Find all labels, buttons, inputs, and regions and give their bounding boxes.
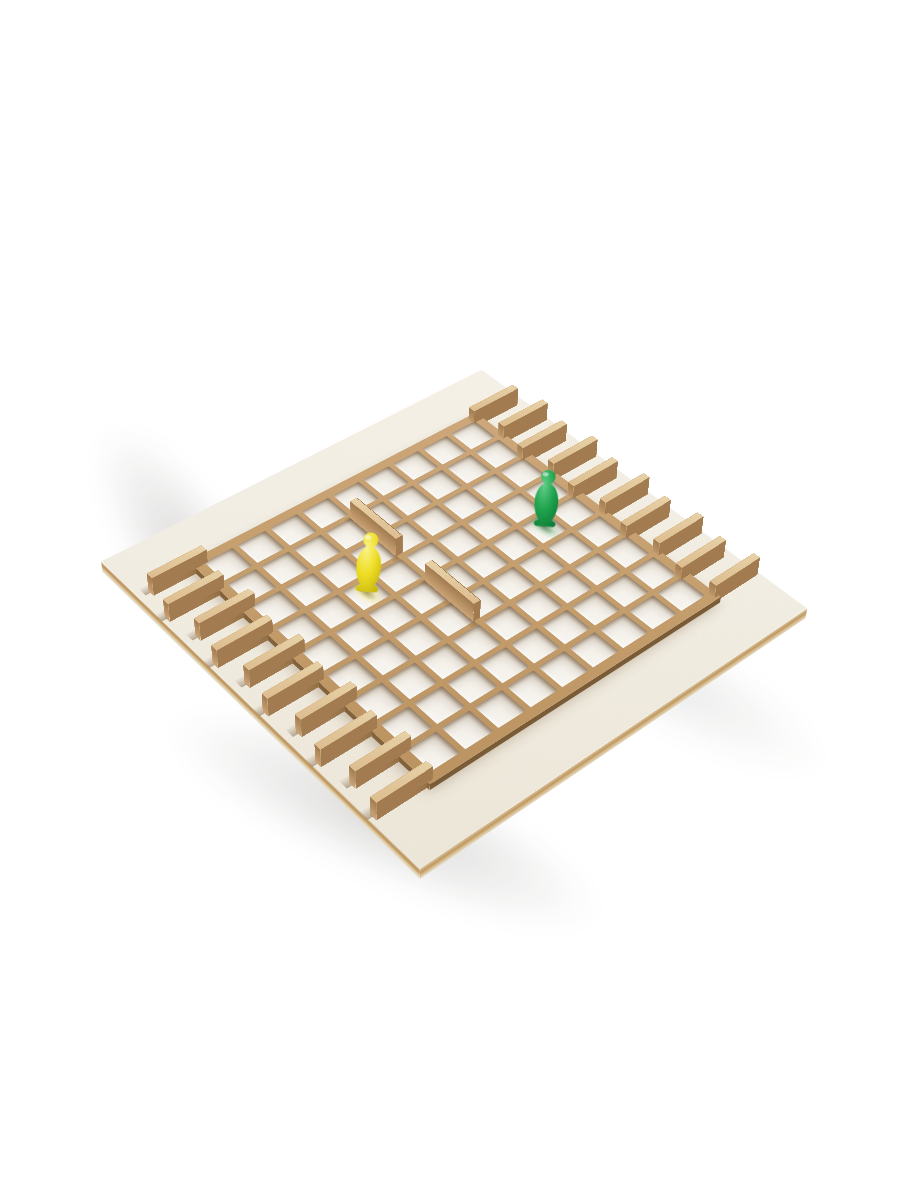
perspective-wrapper bbox=[186, 316, 724, 854]
yellow-pawn-sprite bbox=[350, 528, 389, 593]
quoridor-board bbox=[101, 370, 807, 869]
green-pawn-sprite bbox=[528, 466, 566, 529]
product-photo bbox=[0, 0, 900, 1200]
scene bbox=[186, 316, 724, 854]
